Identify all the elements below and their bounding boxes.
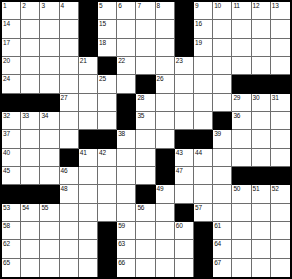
- black-cell: [175, 130, 194, 148]
- black-cell: [156, 167, 175, 185]
- grid-cell[interactable]: [79, 185, 98, 203]
- grid-cell[interactable]: [60, 57, 79, 75]
- grid-cell[interactable]: [213, 185, 232, 203]
- clue-number: 47: [176, 167, 183, 175]
- clue-number: 15: [99, 20, 106, 28]
- clue-number: 45: [3, 167, 10, 175]
- grid-cell[interactable]: [60, 39, 79, 57]
- black-cell: [252, 167, 271, 185]
- grid-cell[interactable]: 61: [213, 222, 232, 240]
- grid-cell[interactable]: [252, 259, 271, 277]
- grid-cell[interactable]: 37: [2, 130, 21, 148]
- black-cell: [232, 75, 251, 93]
- clue-number: 8: [157, 2, 160, 10]
- grid-cell[interactable]: [21, 39, 40, 57]
- clue-number: 12: [253, 2, 260, 10]
- grid-cell[interactable]: 39: [213, 130, 232, 148]
- grid-cell[interactable]: 54: [21, 204, 40, 222]
- grid-cell[interactable]: [194, 75, 213, 93]
- clue-number: 14: [3, 20, 10, 28]
- grid-cell[interactable]: [156, 39, 175, 57]
- clue-number: 66: [118, 259, 125, 267]
- grid-cell[interactable]: [79, 240, 98, 258]
- clue-number: 56: [137, 204, 144, 212]
- grid-cell[interactable]: [252, 112, 271, 130]
- clue-number: 26: [157, 75, 164, 83]
- clue-number: 34: [41, 112, 48, 120]
- black-cell: [252, 75, 271, 93]
- grid-cell[interactable]: [156, 204, 175, 222]
- grid-cell[interactable]: 59: [117, 222, 136, 240]
- clue-number: 62: [3, 240, 10, 248]
- black-cell: [194, 259, 213, 277]
- clue-number: 18: [99, 39, 106, 47]
- black-cell: [40, 94, 59, 112]
- grid-cell[interactable]: 29: [232, 94, 251, 112]
- black-cell: [175, 39, 194, 57]
- grid-cell[interactable]: 24: [2, 75, 21, 93]
- grid-cell[interactable]: 50: [232, 185, 251, 203]
- grid-cell[interactable]: [156, 130, 175, 148]
- grid-cell[interactable]: 65: [2, 259, 21, 277]
- black-cell: [98, 240, 117, 258]
- clue-number: 46: [61, 167, 68, 175]
- grid-cell[interactable]: 20: [2, 57, 21, 75]
- grid-cell[interactable]: [232, 57, 251, 75]
- grid-cell[interactable]: [252, 57, 271, 75]
- grid-cell[interactable]: [60, 204, 79, 222]
- grid-cell[interactable]: 13: [271, 2, 290, 20]
- grid-cell[interactable]: [136, 167, 155, 185]
- grid-cell[interactable]: [40, 39, 59, 57]
- grid-cell[interactable]: [194, 112, 213, 130]
- grid-cell[interactable]: [98, 204, 117, 222]
- grid-cell[interactable]: [98, 185, 117, 203]
- grid-cell[interactable]: 57: [194, 204, 213, 222]
- clue-number: 21: [80, 57, 87, 65]
- clue-number: 35: [137, 112, 144, 120]
- grid-cell[interactable]: [156, 259, 175, 277]
- grid-cell[interactable]: 49: [156, 185, 175, 203]
- grid-cell[interactable]: [175, 185, 194, 203]
- grid-cell[interactable]: [60, 240, 79, 258]
- grid-cell[interactable]: [136, 240, 155, 258]
- black-cell: [79, 20, 98, 38]
- grid-cell[interactable]: [21, 75, 40, 93]
- grid-cell[interactable]: 2: [21, 2, 40, 20]
- grid-cell[interactable]: [213, 167, 232, 185]
- black-cell: [136, 185, 155, 203]
- grid-cell[interactable]: 36: [232, 112, 251, 130]
- clue-number: 50: [233, 185, 240, 193]
- grid-cell[interactable]: [156, 57, 175, 75]
- grid-cell[interactable]: [40, 259, 59, 277]
- grid-cell[interactable]: [271, 112, 290, 130]
- grid-cell[interactable]: [60, 75, 79, 93]
- grid-cell[interactable]: 40: [2, 149, 21, 167]
- grid-cell[interactable]: [40, 130, 59, 148]
- grid-cell[interactable]: [117, 75, 136, 93]
- grid-cell[interactable]: [213, 75, 232, 93]
- black-cell: [98, 130, 117, 148]
- grid-cell[interactable]: [21, 130, 40, 148]
- grid-cell[interactable]: [60, 20, 79, 38]
- clue-number: 33: [22, 112, 29, 120]
- grid-cell[interactable]: [156, 240, 175, 258]
- grid-cell[interactable]: [156, 222, 175, 240]
- grid-cell[interactable]: [194, 167, 213, 185]
- grid-cell[interactable]: 12: [252, 2, 271, 20]
- black-cell: [175, 20, 194, 38]
- grid-cell[interactable]: [213, 204, 232, 222]
- grid-cell[interactable]: 44: [194, 149, 213, 167]
- clue-number: 5: [99, 2, 102, 10]
- clue-number: 31: [272, 94, 279, 102]
- grid-cell[interactable]: [136, 149, 155, 167]
- grid-cell[interactable]: 43: [175, 149, 194, 167]
- grid-cell[interactable]: [136, 39, 155, 57]
- grid-cell[interactable]: [271, 57, 290, 75]
- grid-cell[interactable]: 46: [60, 167, 79, 185]
- grid-cell[interactable]: [232, 149, 251, 167]
- grid-cell[interactable]: [60, 112, 79, 130]
- grid-cell[interactable]: [79, 112, 98, 130]
- grid-cell[interactable]: [271, 130, 290, 148]
- black-cell: [271, 75, 290, 93]
- grid-cell[interactable]: 64: [213, 240, 232, 258]
- grid-cell[interactable]: 10: [213, 2, 232, 20]
- grid-cell[interactable]: 17: [2, 39, 21, 57]
- grid-cell[interactable]: 27: [60, 94, 79, 112]
- grid-cell[interactable]: 16: [194, 20, 213, 38]
- grid-cell[interactable]: [136, 20, 155, 38]
- grid-cell[interactable]: [21, 222, 40, 240]
- clue-number: 60: [176, 222, 183, 230]
- clue-number: 11: [233, 2, 239, 10]
- grid-cell[interactable]: [232, 259, 251, 277]
- clue-number: 1: [3, 2, 6, 10]
- grid-cell[interactable]: [98, 112, 117, 130]
- grid-cell[interactable]: [98, 167, 117, 185]
- grid-cell[interactable]: [79, 94, 98, 112]
- black-cell: [194, 222, 213, 240]
- grid-cell[interactable]: 45: [2, 167, 21, 185]
- grid-cell[interactable]: [40, 75, 59, 93]
- grid-cell[interactable]: [213, 94, 232, 112]
- grid-cell[interactable]: [175, 240, 194, 258]
- grid-cell[interactable]: 62: [2, 240, 21, 258]
- black-cell: [21, 185, 40, 203]
- grid-cell[interactable]: 19: [194, 39, 213, 57]
- grid-cell[interactable]: [79, 75, 98, 93]
- grid-cell[interactable]: 67: [213, 259, 232, 277]
- grid-cell[interactable]: 14: [2, 20, 21, 38]
- grid-cell[interactable]: [60, 222, 79, 240]
- grid-cell[interactable]: [21, 57, 40, 75]
- clue-number: 6: [118, 2, 121, 10]
- grid-cell[interactable]: [79, 222, 98, 240]
- clue-number: 29: [233, 94, 240, 102]
- grid-cell[interactable]: 33: [21, 112, 40, 130]
- black-cell: [98, 222, 117, 240]
- grid-cell[interactable]: [40, 167, 59, 185]
- grid-cell[interactable]: 9: [194, 2, 213, 20]
- crossword-puzzle: 1234567891011121314151617181920212223242…: [0, 0, 292, 279]
- clue-number: 24: [3, 75, 10, 83]
- grid-cell[interactable]: 30: [252, 94, 271, 112]
- grid-cell[interactable]: 8: [156, 2, 175, 20]
- grid-cell[interactable]: 60: [175, 222, 194, 240]
- black-cell: [2, 185, 21, 203]
- clue-number: 19: [195, 39, 202, 47]
- black-cell: [98, 57, 117, 75]
- grid-cell[interactable]: 25: [98, 75, 117, 93]
- grid-cell[interactable]: [60, 130, 79, 148]
- clue-number: 59: [118, 222, 125, 230]
- grid-cell[interactable]: [79, 167, 98, 185]
- grid-cell[interactable]: [213, 149, 232, 167]
- grid-cell[interactable]: [98, 94, 117, 112]
- grid-cell[interactable]: [21, 149, 40, 167]
- black-cell: [98, 259, 117, 277]
- grid-cell[interactable]: [271, 149, 290, 167]
- grid-cell[interactable]: [40, 57, 59, 75]
- grid-cell[interactable]: 48: [60, 185, 79, 203]
- black-cell: [79, 2, 98, 20]
- grid-cell[interactable]: 4: [60, 2, 79, 20]
- grid-cell[interactable]: 38: [117, 130, 136, 148]
- clue-number: 48: [61, 185, 68, 193]
- black-cell: [194, 130, 213, 148]
- black-cell: [40, 185, 59, 203]
- grid-cell[interactable]: [136, 259, 155, 277]
- clue-number: 2: [22, 2, 25, 10]
- grid-cell[interactable]: [40, 20, 59, 38]
- grid-cell[interactable]: [271, 222, 290, 240]
- clue-number: 63: [118, 240, 125, 248]
- grid-cell[interactable]: 1: [2, 2, 21, 20]
- grid-cell[interactable]: [40, 149, 59, 167]
- black-cell: [271, 167, 290, 185]
- grid-cell[interactable]: [252, 149, 271, 167]
- grid-cell[interactable]: [21, 259, 40, 277]
- grid-cell[interactable]: [232, 204, 251, 222]
- grid-cell[interactable]: [136, 57, 155, 75]
- grid-cell[interactable]: [252, 222, 271, 240]
- grid-cell[interactable]: [117, 20, 136, 38]
- clue-number: 36: [233, 112, 240, 120]
- crossword-grid: 1234567891011121314151617181920212223242…: [0, 0, 292, 279]
- grid-cell[interactable]: [117, 185, 136, 203]
- grid-cell[interactable]: 3: [40, 2, 59, 20]
- grid-cell[interactable]: 47: [175, 167, 194, 185]
- clue-number: 49: [157, 185, 164, 193]
- grid-cell[interactable]: [194, 57, 213, 75]
- grid-cell[interactable]: [271, 20, 290, 38]
- clue-number: 41: [80, 149, 87, 157]
- grid-cell[interactable]: 52: [271, 185, 290, 203]
- grid-cell[interactable]: [213, 57, 232, 75]
- clue-number: 20: [3, 57, 10, 65]
- clue-number: 42: [99, 149, 106, 157]
- grid-cell[interactable]: [232, 222, 251, 240]
- black-cell: [213, 112, 232, 130]
- grid-cell[interactable]: [232, 130, 251, 148]
- grid-cell[interactable]: [252, 39, 271, 57]
- grid-cell[interactable]: 34: [40, 112, 59, 130]
- grid-cell[interactable]: [136, 222, 155, 240]
- black-cell: [232, 167, 251, 185]
- clue-number: 22: [118, 57, 125, 65]
- clue-number: 52: [272, 185, 279, 193]
- grid-cell[interactable]: 55: [40, 204, 59, 222]
- grid-cell[interactable]: 51: [252, 185, 271, 203]
- grid-cell[interactable]: [271, 39, 290, 57]
- clue-number: 53: [3, 204, 10, 212]
- grid-cell[interactable]: 26: [156, 75, 175, 93]
- grid-cell[interactable]: [117, 167, 136, 185]
- grid-cell[interactable]: 31: [271, 94, 290, 112]
- grid-cell[interactable]: [136, 130, 155, 148]
- grid-cell[interactable]: [175, 112, 194, 130]
- grid-cell[interactable]: 6: [117, 2, 136, 20]
- grid-cell[interactable]: [175, 259, 194, 277]
- grid-cell[interactable]: [79, 259, 98, 277]
- grid-cell[interactable]: [271, 259, 290, 277]
- grid-cell[interactable]: 11: [232, 2, 251, 20]
- black-cell: [136, 75, 155, 93]
- grid-cell[interactable]: [252, 130, 271, 148]
- grid-cell[interactable]: [194, 94, 213, 112]
- grid-cell[interactable]: 18: [98, 39, 117, 57]
- clue-number: 37: [3, 130, 10, 138]
- grid-cell[interactable]: [40, 222, 59, 240]
- grid-cell[interactable]: 7: [136, 2, 155, 20]
- grid-cell[interactable]: [156, 112, 175, 130]
- black-cell: [175, 204, 194, 222]
- grid-cell[interactable]: 66: [117, 259, 136, 277]
- black-cell: [175, 2, 194, 20]
- clue-number: 61: [214, 222, 221, 230]
- grid-cell[interactable]: [232, 240, 251, 258]
- grid-cell[interactable]: 15: [98, 20, 117, 38]
- black-cell: [156, 149, 175, 167]
- clue-number: 30: [253, 94, 260, 102]
- black-cell: [21, 94, 40, 112]
- clue-number: 51: [253, 185, 260, 193]
- grid-cell[interactable]: 42: [98, 149, 117, 167]
- black-cell: [2, 94, 21, 112]
- black-cell: [117, 112, 136, 130]
- grid-cell[interactable]: [156, 94, 175, 112]
- clue-number: 39: [214, 130, 221, 138]
- grid-cell[interactable]: [21, 20, 40, 38]
- grid-cell[interactable]: [175, 75, 194, 93]
- clue-number: 55: [41, 204, 48, 212]
- grid-cell[interactable]: 23: [175, 57, 194, 75]
- grid-cell[interactable]: 21: [79, 57, 98, 75]
- grid-cell[interactable]: 41: [79, 149, 98, 167]
- clue-number: 44: [195, 149, 202, 157]
- clue-number: 54: [22, 204, 29, 212]
- grid-cell[interactable]: [271, 204, 290, 222]
- black-cell: [117, 94, 136, 112]
- clue-number: 13: [272, 2, 279, 10]
- grid-cell[interactable]: [117, 149, 136, 167]
- grid-cell[interactable]: [232, 39, 251, 57]
- grid-cell[interactable]: [156, 20, 175, 38]
- grid-cell[interactable]: [79, 204, 98, 222]
- clue-number: 57: [195, 204, 202, 212]
- grid-cell[interactable]: 56: [136, 204, 155, 222]
- grid-cell[interactable]: 53: [2, 204, 21, 222]
- clue-number: 3: [41, 2, 44, 10]
- grid-cell[interactable]: [117, 39, 136, 57]
- clue-number: 65: [3, 259, 10, 267]
- grid-cell[interactable]: [213, 20, 232, 38]
- clue-number: 58: [3, 222, 10, 230]
- clue-number: 10: [214, 2, 221, 10]
- grid-cell[interactable]: [117, 204, 136, 222]
- clue-number: 4: [61, 2, 64, 10]
- grid-cell[interactable]: [232, 20, 251, 38]
- clue-number: 43: [176, 149, 183, 157]
- grid-cell[interactable]: [252, 204, 271, 222]
- grid-cell[interactable]: [21, 167, 40, 185]
- clue-number: 9: [195, 2, 198, 10]
- clue-number: 25: [99, 75, 106, 83]
- grid-cell[interactable]: [271, 240, 290, 258]
- clue-number: 17: [3, 39, 10, 47]
- grid-cell[interactable]: [252, 20, 271, 38]
- black-cell: [60, 149, 79, 167]
- clue-number: 23: [176, 57, 183, 65]
- clue-number: 40: [3, 149, 10, 157]
- grid-cell[interactable]: 5: [98, 2, 117, 20]
- grid-cell[interactable]: 63: [117, 240, 136, 258]
- clue-number: 28: [137, 94, 144, 102]
- grid-cell[interactable]: 22: [117, 57, 136, 75]
- clue-number: 7: [137, 2, 140, 10]
- clue-number: 32: [3, 112, 10, 120]
- grid-cell[interactable]: 35: [136, 112, 155, 130]
- grid-cell[interactable]: [21, 240, 40, 258]
- black-cell: [79, 39, 98, 57]
- grid-cell[interactable]: 58: [2, 222, 21, 240]
- grid-cell[interactable]: [60, 259, 79, 277]
- clue-number: 64: [214, 240, 221, 248]
- grid-cell[interactable]: 28: [136, 94, 155, 112]
- grid-cell[interactable]: [175, 94, 194, 112]
- clue-number: 67: [214, 259, 221, 267]
- clue-number: 27: [61, 94, 68, 102]
- black-cell: [194, 240, 213, 258]
- clue-number: 16: [195, 20, 202, 28]
- grid-cell[interactable]: 32: [2, 112, 21, 130]
- grid-cell[interactable]: [194, 185, 213, 203]
- black-cell: [79, 130, 98, 148]
- clue-number: 38: [118, 130, 125, 138]
- grid-cell[interactable]: [252, 240, 271, 258]
- grid-cell[interactable]: [40, 240, 59, 258]
- grid-cell[interactable]: [213, 39, 232, 57]
